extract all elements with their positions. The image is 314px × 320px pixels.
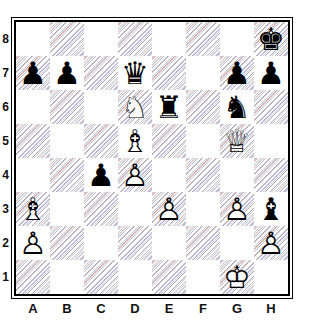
square-e3[interactable]: ♟♙ bbox=[152, 192, 186, 226]
piece-black-bishop[interactable]: ♝ bbox=[254, 192, 288, 226]
piece-black-pawn[interactable]: ♟ bbox=[220, 56, 254, 90]
square-f1[interactable] bbox=[186, 260, 220, 294]
square-h3[interactable]: ♝ bbox=[254, 192, 288, 226]
rank-labels: 87654321 bbox=[0, 22, 11, 294]
rank-label-5: 5 bbox=[0, 124, 11, 158]
file-label-c: C bbox=[84, 301, 118, 317]
piece-black-rook[interactable]: ♜ bbox=[152, 90, 186, 124]
square-c8[interactable] bbox=[84, 22, 118, 56]
piece-white-knight[interactable]: ♘ bbox=[118, 90, 152, 124]
square-h5[interactable] bbox=[254, 124, 288, 158]
square-d1[interactable] bbox=[118, 260, 152, 294]
square-g3[interactable]: ♟♙ bbox=[220, 192, 254, 226]
file-labels: ABCDEFGH bbox=[16, 301, 288, 317]
file-label-b: B bbox=[50, 301, 84, 317]
piece-white-queen[interactable]: ♕ bbox=[220, 124, 254, 158]
file-label-g: G bbox=[220, 301, 254, 317]
square-d5[interactable]: ♝♗ bbox=[118, 124, 152, 158]
square-b1[interactable] bbox=[50, 260, 84, 294]
piece-white-pawn[interactable]: ♙ bbox=[118, 158, 152, 192]
square-b2[interactable] bbox=[50, 226, 84, 260]
square-d8[interactable] bbox=[118, 22, 152, 56]
piece-black-pawn[interactable]: ♟ bbox=[16, 56, 50, 90]
square-d4[interactable]: ♟♙ bbox=[118, 158, 152, 192]
piece-white-pawn[interactable]: ♙ bbox=[254, 226, 288, 260]
square-h8[interactable]: ♚ bbox=[254, 22, 288, 56]
square-d7[interactable]: ♛ bbox=[118, 56, 152, 90]
square-h6[interactable] bbox=[254, 90, 288, 124]
square-a7[interactable]: ♟ bbox=[16, 56, 50, 90]
square-a2[interactable]: ♟♙ bbox=[16, 226, 50, 260]
chess-board: ♚♟♟♛♟♟♞♘♜♞♝♗♛♕♟♟♙♝♗♟♙♟♙♝♟♙♟♙♚♔ bbox=[11, 17, 293, 299]
square-g2[interactable] bbox=[220, 226, 254, 260]
square-b8[interactable] bbox=[50, 22, 84, 56]
rank-label-1: 1 bbox=[0, 260, 11, 294]
piece-white-pawn[interactable]: ♙ bbox=[152, 192, 186, 226]
piece-black-pawn[interactable]: ♟ bbox=[254, 56, 288, 90]
square-c7[interactable] bbox=[84, 56, 118, 90]
square-f2[interactable] bbox=[186, 226, 220, 260]
square-b6[interactable] bbox=[50, 90, 84, 124]
file-label-d: D bbox=[118, 301, 152, 317]
square-g6[interactable]: ♞ bbox=[220, 90, 254, 124]
square-a1[interactable] bbox=[16, 260, 50, 294]
square-h7[interactable]: ♟ bbox=[254, 56, 288, 90]
piece-black-knight[interactable]: ♞ bbox=[220, 90, 254, 124]
square-g1[interactable]: ♚♔ bbox=[220, 260, 254, 294]
square-e6[interactable]: ♜ bbox=[152, 90, 186, 124]
square-a6[interactable] bbox=[16, 90, 50, 124]
rank-label-3: 3 bbox=[0, 192, 11, 226]
square-h4[interactable] bbox=[254, 158, 288, 192]
square-b4[interactable] bbox=[50, 158, 84, 192]
square-b5[interactable] bbox=[50, 124, 84, 158]
square-b3[interactable] bbox=[50, 192, 84, 226]
file-label-e: E bbox=[152, 301, 186, 317]
board-grid: ♚♟♟♛♟♟♞♘♜♞♝♗♛♕♟♟♙♝♗♟♙♟♙♝♟♙♟♙♚♔ bbox=[16, 22, 288, 294]
square-a5[interactable] bbox=[16, 124, 50, 158]
square-h2[interactable]: ♟♙ bbox=[254, 226, 288, 260]
square-g5[interactable]: ♛♕ bbox=[220, 124, 254, 158]
square-e8[interactable] bbox=[152, 22, 186, 56]
square-e2[interactable] bbox=[152, 226, 186, 260]
piece-white-bishop[interactable]: ♗ bbox=[16, 192, 50, 226]
square-a8[interactable] bbox=[16, 22, 50, 56]
piece-black-king[interactable]: ♚ bbox=[254, 22, 288, 56]
square-c3[interactable] bbox=[84, 192, 118, 226]
piece-black-pawn[interactable]: ♟ bbox=[84, 158, 118, 192]
piece-black-queen[interactable]: ♛ bbox=[118, 56, 152, 90]
file-label-h: H bbox=[254, 301, 288, 317]
square-a4[interactable] bbox=[16, 158, 50, 192]
rank-label-8: 8 bbox=[0, 22, 11, 56]
square-d2[interactable] bbox=[118, 226, 152, 260]
square-c6[interactable] bbox=[84, 90, 118, 124]
square-g8[interactable] bbox=[220, 22, 254, 56]
chess-diagram: 87654321 ♚♟♟♛♟♟♞♘♜♞♝♗♛♕♟♟♙♝♗♟♙♟♙♝♟♙♟♙♚♔ … bbox=[0, 0, 314, 320]
piece-white-king[interactable]: ♔ bbox=[220, 260, 254, 294]
piece-black-pawn[interactable]: ♟ bbox=[50, 56, 84, 90]
square-c4[interactable]: ♟ bbox=[84, 158, 118, 192]
square-f6[interactable] bbox=[186, 90, 220, 124]
square-f3[interactable] bbox=[186, 192, 220, 226]
square-c1[interactable] bbox=[84, 260, 118, 294]
rank-label-6: 6 bbox=[0, 90, 11, 124]
square-f4[interactable] bbox=[186, 158, 220, 192]
file-label-a: A bbox=[16, 301, 50, 317]
piece-white-bishop[interactable]: ♗ bbox=[118, 124, 152, 158]
square-c2[interactable] bbox=[84, 226, 118, 260]
square-g7[interactable]: ♟ bbox=[220, 56, 254, 90]
square-d6[interactable]: ♞♘ bbox=[118, 90, 152, 124]
rank-label-2: 2 bbox=[0, 226, 11, 260]
square-f5[interactable] bbox=[186, 124, 220, 158]
square-e1[interactable] bbox=[152, 260, 186, 294]
square-e5[interactable] bbox=[152, 124, 186, 158]
file-label-f: F bbox=[186, 301, 220, 317]
square-e4[interactable] bbox=[152, 158, 186, 192]
square-g4[interactable] bbox=[220, 158, 254, 192]
square-c5[interactable] bbox=[84, 124, 118, 158]
piece-white-pawn[interactable]: ♙ bbox=[16, 226, 50, 260]
square-b7[interactable]: ♟ bbox=[50, 56, 84, 90]
square-e7[interactable] bbox=[152, 56, 186, 90]
rank-label-7: 7 bbox=[0, 56, 11, 90]
piece-white-pawn[interactable]: ♙ bbox=[220, 192, 254, 226]
square-f7[interactable] bbox=[186, 56, 220, 90]
square-a3[interactable]: ♝♗ bbox=[16, 192, 50, 226]
square-d3[interactable] bbox=[118, 192, 152, 226]
square-f8[interactable] bbox=[186, 22, 220, 56]
square-h1[interactable] bbox=[254, 260, 288, 294]
rank-label-4: 4 bbox=[0, 158, 11, 192]
board-inner-frame: ♚♟♟♛♟♟♞♘♜♞♝♗♛♕♟♟♙♝♗♟♙♟♙♝♟♙♟♙♚♔ bbox=[14, 20, 290, 296]
